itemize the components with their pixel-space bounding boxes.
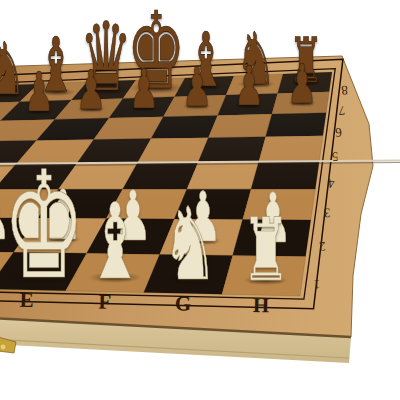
piece-black-pawn-h7: ♟ [265,57,339,112]
piece-white-king-e1: ♚ [3,152,77,300]
piece-white-bishop-f1: ♝ [78,190,152,295]
chess-photo-scene: EFGH87654321 ♜♞♝♛♚♝♞♜♟♟♟♟♟♟♟♟♟♟♟♟♟♟♟♟♜♞♝… [0,0,400,400]
pieces-layer: ♜♞♝♛♚♝♞♜♟♟♟♟♟♟♟♟♟♟♟♟♟♟♟♟♜♞♝♛♚♝♞♜ [0,0,400,400]
piece-white-knight-g1: ♞ [153,194,227,295]
piece-white-rook-h1: ♜ [228,207,302,294]
